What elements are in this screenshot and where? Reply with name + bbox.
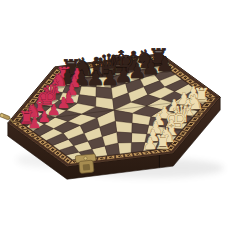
white-pawn-8[interactable]: ♟	[143, 134, 157, 153]
board-cell-lr-7-3	[118, 143, 131, 154]
product-photo: Small folding wooden three-player chess …	[0, 0, 228, 228]
board-cell-lr-6-3	[117, 132, 132, 143]
black-pawn-8[interactable]: ♟	[101, 66, 119, 90]
three-player-chess-board[interactable]: ♜♞♝♟♚♟♛♝♞♜♟♟♜♟♟♟♟♟♞♟♝♟♟♛♜♟♟♚♟♞♝♟♟♝♞♟♛♟♜♟…	[0, 0, 228, 228]
red-pawn-8[interactable]: ♟	[28, 114, 41, 132]
board-cell-lr-5-3	[115, 121, 132, 133]
